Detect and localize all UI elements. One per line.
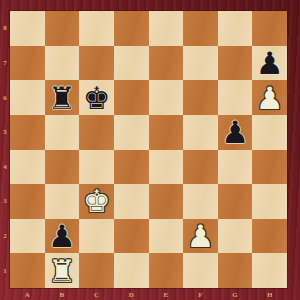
square-h6[interactable]: ♟ (252, 80, 287, 115)
square-e3[interactable] (149, 184, 184, 219)
square-f1[interactable] (183, 253, 218, 288)
square-g7[interactable] (218, 46, 253, 81)
square-f8[interactable] (183, 11, 218, 46)
square-a1[interactable] (10, 253, 45, 288)
square-c8[interactable] (79, 11, 114, 46)
piece-white-pawn[interactable]: ♟ (256, 81, 284, 115)
square-a3[interactable] (10, 184, 45, 219)
piece-black-pawn[interactable]: ♟ (221, 115, 249, 149)
square-f4[interactable] (183, 150, 218, 185)
square-d8[interactable] (114, 11, 149, 46)
square-c5[interactable] (79, 115, 114, 150)
square-d5[interactable] (114, 115, 149, 150)
square-c1[interactable] (79, 253, 114, 288)
square-b5[interactable] (45, 115, 80, 150)
square-e8[interactable] (149, 11, 184, 46)
square-f7[interactable] (183, 46, 218, 81)
square-a4[interactable] (10, 150, 45, 185)
rank-label-4: 4 (0, 163, 10, 171)
square-a5[interactable] (10, 115, 45, 150)
square-d7[interactable] (114, 46, 149, 81)
square-a8[interactable] (10, 11, 45, 46)
file-label-h: H (265, 291, 275, 299)
square-h2[interactable] (252, 219, 287, 254)
square-h3[interactable] (252, 184, 287, 219)
square-b1[interactable]: ♜ (45, 253, 80, 288)
square-d6[interactable] (114, 80, 149, 115)
piece-white-pawn[interactable]: ♟ (187, 219, 215, 253)
square-a6[interactable] (10, 80, 45, 115)
square-g1[interactable] (218, 253, 253, 288)
rank-label-5: 5 (0, 128, 10, 136)
square-h4[interactable] (252, 150, 287, 185)
square-a2[interactable] (10, 219, 45, 254)
square-g4[interactable] (218, 150, 253, 185)
square-a7[interactable] (10, 46, 45, 81)
piece-black-king[interactable]: ♚ (83, 81, 111, 115)
rank-label-1: 1 (0, 267, 10, 275)
square-e6[interactable] (149, 80, 184, 115)
square-e5[interactable] (149, 115, 184, 150)
file-label-e: E (161, 291, 171, 299)
square-b6[interactable]: ♜ (45, 80, 80, 115)
square-d1[interactable] (114, 253, 149, 288)
square-g5[interactable]: ♟ (218, 115, 253, 150)
square-f3[interactable] (183, 184, 218, 219)
piece-black-pawn[interactable]: ♟ (256, 46, 284, 80)
square-b4[interactable] (45, 150, 80, 185)
rank-label-7: 7 (0, 59, 10, 67)
square-e1[interactable] (149, 253, 184, 288)
square-h7[interactable]: ♟ (252, 46, 287, 81)
rank-label-3: 3 (0, 197, 10, 205)
square-g6[interactable] (218, 80, 253, 115)
file-label-d: D (126, 291, 136, 299)
chess-board-frame: ♟♜♚♟♟♚♟♟♜ 87654321ABCDEFGH (0, 0, 300, 300)
file-label-a: A (22, 291, 32, 299)
file-label-f: F (195, 291, 205, 299)
square-c3[interactable]: ♚ (79, 184, 114, 219)
square-b7[interactable] (45, 46, 80, 81)
file-label-c: C (92, 291, 102, 299)
square-e4[interactable] (149, 150, 184, 185)
file-label-g: G (230, 291, 240, 299)
square-f2[interactable]: ♟ (183, 219, 218, 254)
piece-white-king[interactable]: ♚ (83, 184, 111, 218)
square-h8[interactable] (252, 11, 287, 46)
rank-label-2: 2 (0, 232, 10, 240)
rank-label-6: 6 (0, 94, 10, 102)
chess-board: ♟♜♚♟♟♚♟♟♜ (10, 11, 287, 288)
piece-black-pawn[interactable]: ♟ (48, 219, 76, 253)
square-b2[interactable]: ♟ (45, 219, 80, 254)
square-d4[interactable] (114, 150, 149, 185)
square-c4[interactable] (79, 150, 114, 185)
piece-white-rook[interactable]: ♜ (48, 254, 76, 288)
square-d2[interactable] (114, 219, 149, 254)
file-label-b: B (57, 291, 67, 299)
square-f5[interactable] (183, 115, 218, 150)
square-h5[interactable] (252, 115, 287, 150)
square-b3[interactable] (45, 184, 80, 219)
square-e7[interactable] (149, 46, 184, 81)
square-e2[interactable] (149, 219, 184, 254)
square-c2[interactable] (79, 219, 114, 254)
piece-black-rook[interactable]: ♜ (48, 81, 76, 115)
square-g2[interactable] (218, 219, 253, 254)
square-f6[interactable] (183, 80, 218, 115)
square-c6[interactable]: ♚ (79, 80, 114, 115)
square-b8[interactable] (45, 11, 80, 46)
square-d3[interactable] (114, 184, 149, 219)
rank-label-8: 8 (0, 24, 10, 32)
square-c7[interactable] (79, 46, 114, 81)
square-g3[interactable] (218, 184, 253, 219)
square-h1[interactable] (252, 253, 287, 288)
square-g8[interactable] (218, 11, 253, 46)
